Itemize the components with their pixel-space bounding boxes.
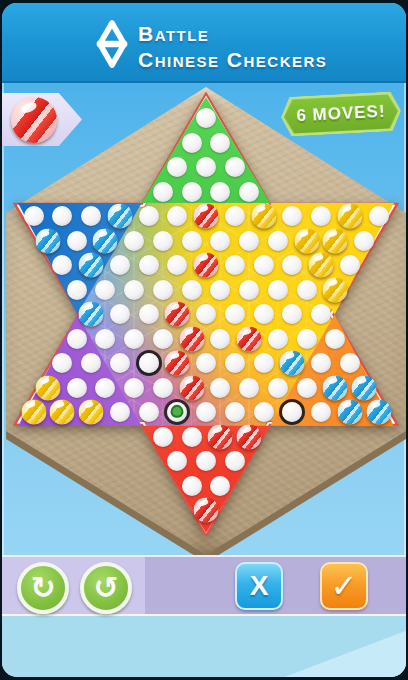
hole-r5c11[interactable]	[311, 206, 331, 226]
hole-r9c3[interactable]	[139, 304, 159, 324]
marble-yellow-r5c12[interactable]	[337, 204, 362, 229]
hole-r3c1[interactable]	[167, 157, 187, 177]
hole-r6c4[interactable]	[124, 231, 144, 251]
hole-r1c1[interactable]	[196, 108, 216, 128]
hole-r11c3[interactable]	[110, 353, 130, 373]
marble-blue-r6c3[interactable]	[93, 228, 118, 253]
bottom-panel-highlight	[2, 616, 406, 677]
marble-yellow-r12c1[interactable]	[35, 375, 60, 400]
hole-r4c3[interactable]	[210, 182, 230, 202]
hole-r6c9[interactable]	[268, 231, 288, 251]
hole-r6c5[interactable]	[153, 231, 173, 251]
moves-badge: 6 moves!	[280, 91, 402, 137]
bottom-panel	[2, 616, 406, 677]
marble-yellow-r13c2[interactable]	[50, 400, 75, 425]
hole-r2c2[interactable]	[210, 133, 230, 153]
hole-r6c7[interactable]	[210, 231, 230, 251]
hole-r12c2[interactable]	[67, 378, 87, 398]
hole-r11c11[interactable]	[340, 353, 360, 373]
hole-r15c3[interactable]	[225, 451, 245, 471]
hole-r8c2[interactable]	[95, 280, 115, 300]
hole-r7c3[interactable]	[110, 255, 130, 275]
hole-r12c5[interactable]	[153, 378, 173, 398]
turn-indicator-red-marble	[11, 97, 57, 143]
cancel-icon: X	[250, 570, 269, 602]
toolbar: ↻ ↺ X ✓	[2, 555, 406, 616]
marble-blue-r12c12[interactable]	[352, 375, 377, 400]
hole-r11c6[interactable]	[196, 353, 216, 373]
hole-black-ring-r13c10[interactable]	[282, 402, 302, 422]
marble-blue-r5c4[interactable]	[107, 204, 132, 229]
hole-r6c6[interactable]	[182, 231, 202, 251]
app-window: Battle Chinese Checkers 6 moves!	[2, 3, 406, 677]
marble-blue-r11c9[interactable]	[280, 351, 305, 376]
hole-r7c7[interactable]	[225, 255, 245, 275]
hole-r10c4[interactable]	[153, 329, 173, 349]
hole-r8c5[interactable]	[182, 280, 202, 300]
hole-r8c4[interactable]	[153, 280, 173, 300]
hole-r5c3[interactable]	[81, 206, 101, 226]
marble-red-r10c5[interactable]	[179, 326, 204, 351]
hole-r12c7[interactable]	[210, 378, 230, 398]
hole-r10c9[interactable]	[297, 329, 317, 349]
hole-r9c5[interactable]	[196, 304, 216, 324]
hole-r16c2[interactable]	[210, 476, 230, 496]
hole-green-target-r13c6[interactable]	[167, 402, 187, 422]
hole-r13c5[interactable]	[139, 402, 159, 422]
marble-yellow-r7c10[interactable]	[309, 253, 334, 278]
marble-red-r9c4[interactable]	[165, 302, 190, 327]
hole-r4c2[interactable]	[182, 182, 202, 202]
marble-red-r5c7[interactable]	[194, 204, 219, 229]
marble-yellow-r5c9[interactable]	[251, 204, 276, 229]
hole-r12c9[interactable]	[268, 378, 288, 398]
hole-r15c1[interactable]	[167, 451, 187, 471]
undo-icon: ↻	[30, 573, 55, 603]
marble-blue-r7c2[interactable]	[79, 253, 104, 278]
hole-r9c6[interactable]	[225, 304, 245, 324]
hole-r8c8[interactable]	[268, 280, 288, 300]
hole-r11c1[interactable]	[52, 353, 72, 373]
marble-red-r14c3[interactable]	[208, 424, 233, 449]
hole-r8c6[interactable]	[210, 280, 230, 300]
marble-red-r11c5[interactable]	[165, 351, 190, 376]
marble-yellow-r6c11[interactable]	[323, 228, 348, 253]
hole-r9c9[interactable]	[311, 304, 331, 324]
hole-r5c1[interactable]	[24, 206, 44, 226]
hole-r10c1[interactable]	[67, 329, 87, 349]
hole-r10c6[interactable]	[210, 329, 230, 349]
hole-r8c7[interactable]	[239, 280, 259, 300]
hole-r16c1[interactable]	[182, 476, 202, 496]
marble-red-r7c6[interactable]	[194, 253, 219, 278]
hole-r6c12[interactable]	[354, 231, 374, 251]
hole-r7c4[interactable]	[139, 255, 159, 275]
hole-r12c8[interactable]	[239, 378, 259, 398]
hole-r8c3[interactable]	[124, 280, 144, 300]
moves-badge-inner: 6 moves!	[283, 94, 399, 134]
hole-r5c6[interactable]	[167, 206, 187, 226]
hole-r5c8[interactable]	[225, 206, 245, 226]
hole-r5c10[interactable]	[282, 206, 302, 226]
marble-blue-r13c13[interactable]	[366, 400, 391, 425]
marble-blue-r13c12[interactable]	[337, 400, 362, 425]
hole-r6c8[interactable]	[239, 231, 259, 251]
hole-r11c7[interactable]	[225, 353, 245, 373]
hole-r7c9[interactable]	[282, 255, 302, 275]
hole-r14c1[interactable]	[153, 427, 173, 447]
moves-badge-label: 6 moves!	[296, 102, 386, 127]
hole-r3c3[interactable]	[225, 157, 245, 177]
hole-r13c7[interactable]	[196, 402, 216, 422]
hole-r9c8[interactable]	[282, 304, 302, 324]
marble-red-r17c1[interactable]	[194, 498, 219, 523]
redo-button[interactable]: ↺	[80, 562, 132, 614]
marble-red-r14c4[interactable]	[237, 424, 262, 449]
hole-r11c10[interactable]	[311, 353, 331, 373]
hole-r9c7[interactable]	[254, 304, 274, 324]
hole-r10c3[interactable]	[124, 329, 144, 349]
hole-r4c1[interactable]	[153, 182, 173, 202]
confirm-move-button[interactable]: ✓	[320, 562, 368, 610]
marble-red-r12c6[interactable]	[179, 375, 204, 400]
undo-button[interactable]: ↻	[17, 562, 69, 614]
hole-r14c2[interactable]	[182, 427, 202, 447]
marble-blue-r12c11[interactable]	[323, 375, 348, 400]
hole-r11c8[interactable]	[254, 353, 274, 373]
hole-r12c10[interactable]	[297, 378, 317, 398]
hole-r9c2[interactable]	[110, 304, 130, 324]
screen: Battle Chinese Checkers 6 moves!	[0, 0, 408, 680]
hole-r2c1[interactable]	[182, 133, 202, 153]
cancel-move-button[interactable]: X	[235, 562, 283, 610]
hole-r5c2[interactable]	[52, 206, 72, 226]
hole-r15c2[interactable]	[196, 451, 216, 471]
marble-yellow-r8c10[interactable]	[323, 277, 348, 302]
hole-r7c1[interactable]	[52, 255, 72, 275]
hole-r7c11[interactable]	[340, 255, 360, 275]
hole-r13c8[interactable]	[225, 402, 245, 422]
redo-icon: ↺	[93, 573, 118, 603]
hole-r7c8[interactable]	[254, 255, 274, 275]
hole-r6c2[interactable]	[67, 231, 87, 251]
hole-r7c5[interactable]	[167, 255, 187, 275]
hole-r12c3[interactable]	[95, 378, 115, 398]
confirm-icon: ✓	[331, 567, 358, 605]
hole-r4c4[interactable]	[239, 182, 259, 202]
hole-r8c9[interactable]	[297, 280, 317, 300]
marble-yellow-r13c1[interactable]	[21, 400, 46, 425]
hole-r12c4[interactable]	[124, 378, 144, 398]
marble-yellow-r6c10[interactable]	[294, 228, 319, 253]
hole-r3c2[interactable]	[196, 157, 216, 177]
marble-blue-r6c1[interactable]	[35, 228, 60, 253]
hole-r10c2[interactable]	[95, 329, 115, 349]
hole-black-ring-r11c4[interactable]	[139, 353, 159, 373]
hole-r5c5[interactable]	[139, 206, 159, 226]
marble-yellow-r13c3[interactable]	[79, 400, 104, 425]
hole-r10c8[interactable]	[268, 329, 288, 349]
hole-r5c13[interactable]	[369, 206, 389, 226]
hole-r8c1[interactable]	[67, 280, 87, 300]
hole-r10c10[interactable]	[325, 329, 345, 349]
hole-r13c11[interactable]	[311, 402, 331, 422]
hole-r13c9[interactable]	[254, 402, 274, 422]
hole-r13c4[interactable]	[110, 402, 130, 422]
marble-blue-r9c1[interactable]	[79, 302, 104, 327]
hole-r11c2[interactable]	[81, 353, 101, 373]
marble-red-r10c7[interactable]	[237, 326, 262, 351]
